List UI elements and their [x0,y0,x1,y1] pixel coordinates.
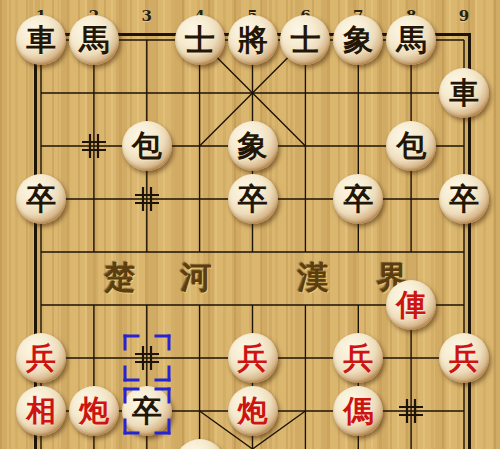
piece-character: 馬 [396,25,426,55]
piece-卒-black[interactable]: 卒 [439,174,489,224]
piece-character: 象 [238,131,268,161]
river-text-char: 漢 [298,257,329,299]
piece-俥-red[interactable]: 俥 [386,280,436,330]
piece-包-black[interactable]: 包 [122,121,172,171]
piece-character: 包 [396,131,426,161]
piece-character: 馬 [79,25,109,55]
xiangqi-board: 123456789楚河漢界車馬士將士象馬車包象包卒卒卒卒俥兵兵兵兵相炮卒炮傌 [0,0,500,449]
point-marker [398,398,424,424]
piece-character: 炮 [79,396,109,426]
piece-character: 士 [290,25,320,55]
column-label-3: 3 [142,7,152,25]
piece-兵-red[interactable]: 兵 [439,333,489,383]
piece-character: 卒 [343,184,373,214]
last-move-highlight-from [123,335,170,382]
piece-character: 將 [238,25,268,55]
piece-卒-black[interactable]: 卒 [333,174,383,224]
piece-兵-red[interactable]: 兵 [16,333,66,383]
piece-馬-black[interactable]: 馬 [69,15,119,65]
piece-象-black[interactable]: 象 [228,121,278,171]
piece-character: 車 [449,78,479,108]
piece-相-red[interactable]: 相 [16,386,66,436]
piece-卒-black[interactable]: 卒 [16,174,66,224]
column-label-9: 9 [459,7,469,25]
piece-character: 車 [26,25,56,55]
piece-馬-black[interactable]: 馬 [386,15,436,65]
piece-士-black[interactable]: 士 [280,15,330,65]
piece-將-black[interactable]: 將 [228,15,278,65]
piece-character: 兵 [238,343,268,373]
last-move-highlight-to [123,388,170,435]
piece-character: 俥 [396,290,426,320]
piece-士-black[interactable]: 士 [175,15,225,65]
river-text-char: 河 [181,257,212,299]
piece-character: 相 [26,396,56,426]
piece-character: 兵 [26,343,56,373]
piece-character: 炮 [238,396,268,426]
piece-傌-red[interactable]: 傌 [333,386,383,436]
river-text-char: 楚 [105,257,136,299]
piece-character: 卒 [26,184,56,214]
piece-兵-red[interactable]: 兵 [228,333,278,383]
piece-車-black[interactable]: 車 [16,15,66,65]
piece-象-black[interactable]: 象 [333,15,383,65]
piece-車-black[interactable]: 車 [439,68,489,118]
piece-炮-red[interactable]: 炮 [69,386,119,436]
piece-卒-black[interactable]: 卒 [228,174,278,224]
piece-character: 卒 [449,184,479,214]
piece-包-black[interactable]: 包 [386,121,436,171]
piece-character: 卒 [238,184,268,214]
piece-character: 兵 [343,343,373,373]
piece-炮-red[interactable]: 炮 [228,386,278,436]
piece-character: 兵 [449,343,479,373]
piece-character: 象 [343,25,373,55]
piece-character: 士 [185,25,215,55]
piece-character: 包 [132,131,162,161]
piece-兵-red[interactable]: 兵 [333,333,383,383]
point-marker [134,186,160,212]
piece-character: 傌 [343,396,373,426]
point-marker [81,133,107,159]
